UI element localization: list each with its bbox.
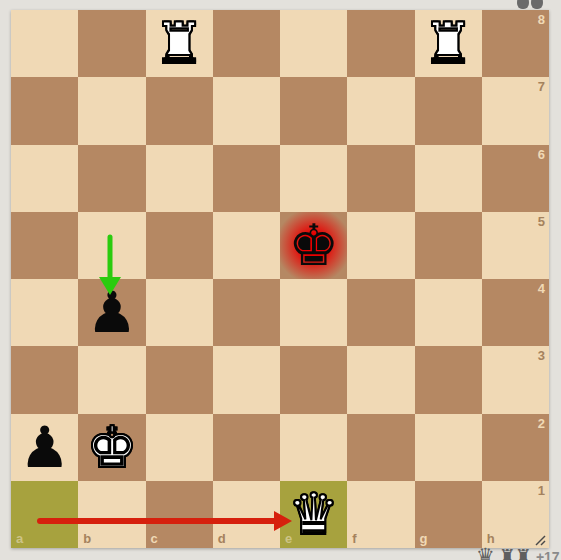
- square-d3[interactable]: [213, 346, 280, 413]
- white-material-advantage: ♛ ♜♜ +17: [476, 546, 560, 560]
- square-b7[interactable]: [78, 77, 145, 144]
- square-g5[interactable]: [415, 212, 482, 279]
- rank-label-6: 6: [538, 148, 545, 161]
- square-h3[interactable]: 3: [482, 346, 549, 413]
- rank-label-3: 3: [538, 349, 545, 362]
- square-a3[interactable]: [11, 346, 78, 413]
- square-e3[interactable]: [280, 346, 347, 413]
- square-b6[interactable]: [78, 145, 145, 212]
- square-c1[interactable]: c: [146, 481, 213, 548]
- square-d8[interactable]: [213, 10, 280, 77]
- material-score: +17: [536, 550, 560, 560]
- square-c7[interactable]: [146, 77, 213, 144]
- square-e2[interactable]: [280, 414, 347, 481]
- square-e4[interactable]: [280, 279, 347, 346]
- square-h4[interactable]: 4: [482, 279, 549, 346]
- white-king[interactable]: ♚: [78, 414, 145, 481]
- square-d1[interactable]: d: [213, 481, 280, 548]
- square-e6[interactable]: [280, 145, 347, 212]
- file-label-a: a: [16, 532, 23, 545]
- square-g6[interactable]: [415, 145, 482, 212]
- pawn-icon: [531, 0, 543, 9]
- square-g2[interactable]: [415, 414, 482, 481]
- board-resize-handle[interactable]: [533, 533, 547, 547]
- square-h8[interactable]: 8: [482, 10, 549, 77]
- square-f2[interactable]: [347, 414, 414, 481]
- white-rook[interactable]: ♜: [415, 10, 482, 77]
- square-f8[interactable]: [347, 10, 414, 77]
- square-c2[interactable]: [146, 414, 213, 481]
- black-pawn[interactable]: ♟: [78, 279, 145, 346]
- square-a4[interactable]: [11, 279, 78, 346]
- file-label-g: g: [420, 532, 428, 545]
- square-h2[interactable]: 2: [482, 414, 549, 481]
- square-b3[interactable]: [78, 346, 145, 413]
- square-b5[interactable]: [78, 212, 145, 279]
- black-material-icons: [517, 0, 543, 9]
- file-label-b: b: [83, 532, 91, 545]
- square-c5[interactable]: [146, 212, 213, 279]
- file-label-d: d: [218, 532, 226, 545]
- rank-label-1: 1: [538, 484, 545, 497]
- square-a7[interactable]: [11, 77, 78, 144]
- queen-icon: ♛: [476, 546, 495, 560]
- rank-label-5: 5: [538, 215, 545, 228]
- rank-label-7: 7: [538, 80, 545, 93]
- square-c3[interactable]: [146, 346, 213, 413]
- square-f7[interactable]: [347, 77, 414, 144]
- square-a6[interactable]: [11, 145, 78, 212]
- rook-icons: ♜♜: [499, 547, 531, 560]
- square-h5[interactable]: 5: [482, 212, 549, 279]
- square-a5[interactable]: [11, 212, 78, 279]
- square-d5[interactable]: [213, 212, 280, 279]
- square-e8[interactable]: [280, 10, 347, 77]
- square-f1[interactable]: f: [347, 481, 414, 548]
- square-c6[interactable]: [146, 145, 213, 212]
- square-d6[interactable]: [213, 145, 280, 212]
- square-d2[interactable]: [213, 414, 280, 481]
- white-rook[interactable]: ♜: [146, 10, 213, 77]
- square-a1[interactable]: a: [11, 481, 78, 548]
- pawn-icon: [517, 0, 529, 9]
- square-a8[interactable]: [11, 10, 78, 77]
- black-pawn[interactable]: ♟: [11, 414, 78, 481]
- black-king[interactable]: ♚: [280, 212, 347, 279]
- rank-label-8: 8: [538, 13, 545, 26]
- square-e7[interactable]: [280, 77, 347, 144]
- rank-label-4: 4: [538, 282, 545, 295]
- square-g7[interactable]: [415, 77, 482, 144]
- white-queen[interactable]: ♛: [280, 481, 347, 548]
- file-label-c: c: [151, 532, 158, 545]
- square-b8[interactable]: [78, 10, 145, 77]
- square-d4[interactable]: [213, 279, 280, 346]
- rank-label-2: 2: [538, 417, 545, 430]
- square-f4[interactable]: [347, 279, 414, 346]
- square-f5[interactable]: [347, 212, 414, 279]
- square-c4[interactable]: [146, 279, 213, 346]
- square-f6[interactable]: [347, 145, 414, 212]
- square-f3[interactable]: [347, 346, 414, 413]
- square-g1[interactable]: g: [415, 481, 482, 548]
- square-h7[interactable]: 7: [482, 77, 549, 144]
- square-g4[interactable]: [415, 279, 482, 346]
- file-label-f: f: [352, 532, 356, 545]
- square-g3[interactable]: [415, 346, 482, 413]
- square-h6[interactable]: 6: [482, 145, 549, 212]
- square-b1[interactable]: b: [78, 481, 145, 548]
- square-d7[interactable]: [213, 77, 280, 144]
